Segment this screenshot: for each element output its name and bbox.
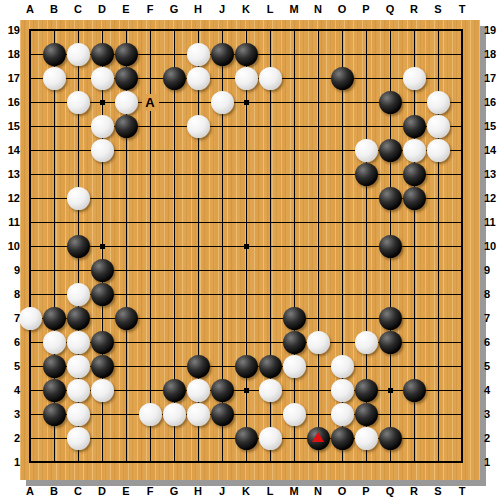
column-label-top-N: N — [306, 1, 330, 17]
column-label-top-A: A — [18, 1, 42, 17]
black-stone — [187, 355, 210, 378]
black-stone — [91, 355, 114, 378]
column-label-bottom-G: G — [162, 483, 186, 499]
column-label-bottom-H: H — [186, 483, 210, 499]
column-label-bottom-T: T — [450, 483, 474, 499]
white-stone — [355, 331, 378, 354]
white-stone — [67, 427, 90, 450]
row-label-right-3: 3 — [484, 406, 500, 422]
white-stone — [91, 115, 114, 138]
black-stone — [43, 355, 66, 378]
row-label-left-16: 16 — [2, 94, 20, 110]
row-label-left-5: 5 — [2, 358, 20, 374]
column-label-top-P: P — [354, 1, 378, 17]
row-label-right-17: 17 — [484, 70, 500, 86]
black-stone — [91, 331, 114, 354]
column-label-bottom-R: R — [402, 483, 426, 499]
white-stone — [139, 403, 162, 426]
white-stone — [331, 355, 354, 378]
row-label-left-15: 15 — [2, 118, 20, 134]
white-stone — [19, 307, 42, 330]
column-label-bottom-E: E — [114, 483, 138, 499]
black-stone — [235, 355, 258, 378]
row-label-left-7: 7 — [2, 310, 20, 326]
white-stone — [67, 91, 90, 114]
column-label-top-K: K — [234, 1, 258, 17]
column-label-top-B: B — [42, 1, 66, 17]
row-label-right-5: 5 — [484, 358, 500, 374]
column-label-bottom-F: F — [138, 483, 162, 499]
white-stone — [67, 355, 90, 378]
column-label-bottom-C: C — [66, 483, 90, 499]
row-label-right-11: 11 — [484, 214, 500, 230]
grid-line-horizontal — [29, 414, 463, 415]
black-stone — [379, 307, 402, 330]
black-stone — [331, 67, 354, 90]
white-stone — [67, 187, 90, 210]
white-stone — [427, 91, 450, 114]
white-stone — [91, 139, 114, 162]
black-stone — [43, 379, 66, 402]
row-label-right-9: 9 — [484, 262, 500, 278]
row-label-left-17: 17 — [2, 70, 20, 86]
black-stone — [91, 259, 114, 282]
black-stone — [283, 307, 306, 330]
row-label-left-2: 2 — [2, 430, 20, 446]
white-stone — [235, 67, 258, 90]
white-stone — [259, 379, 282, 402]
black-stone — [379, 187, 402, 210]
row-label-right-16: 16 — [484, 94, 500, 110]
row-label-right-18: 18 — [484, 46, 500, 62]
white-stone — [331, 403, 354, 426]
last-move-triangle-marker — [312, 432, 324, 442]
row-label-left-12: 12 — [2, 190, 20, 206]
white-stone — [283, 403, 306, 426]
white-stone — [355, 139, 378, 162]
row-label-left-9: 9 — [2, 262, 20, 278]
black-stone — [115, 67, 138, 90]
black-stone — [379, 91, 402, 114]
column-label-bottom-Q: Q — [378, 483, 402, 499]
column-label-top-E: E — [114, 1, 138, 17]
white-stone — [163, 403, 186, 426]
column-label-top-C: C — [66, 1, 90, 17]
hoshi-star-point — [244, 388, 249, 393]
black-stone — [43, 307, 66, 330]
column-label-bottom-O: O — [330, 483, 354, 499]
black-stone — [259, 355, 282, 378]
row-label-right-14: 14 — [484, 142, 500, 158]
white-stone — [67, 403, 90, 426]
column-label-top-S: S — [426, 1, 450, 17]
white-stone — [355, 427, 378, 450]
hoshi-star-point — [244, 244, 249, 249]
white-stone — [91, 67, 114, 90]
hoshi-star-point — [388, 388, 393, 393]
white-stone — [187, 403, 210, 426]
white-stone — [211, 91, 234, 114]
column-label-top-F: F — [138, 1, 162, 17]
go-board-viewport: A AABBCCDDEEFFGGHHJJKKLLMMNNOOPPQQRRSSTT… — [0, 0, 500, 500]
row-label-right-10: 10 — [484, 238, 500, 254]
white-stone — [187, 67, 210, 90]
white-stone — [427, 115, 450, 138]
grid-line-horizontal — [29, 461, 463, 463]
hoshi-star-point — [244, 100, 249, 105]
column-label-top-Q: Q — [378, 1, 402, 17]
white-stone — [67, 379, 90, 402]
column-label-top-T: T — [450, 1, 474, 17]
column-label-bottom-N: N — [306, 483, 330, 499]
column-label-bottom-L: L — [258, 483, 282, 499]
white-stone — [43, 331, 66, 354]
white-stone — [187, 115, 210, 138]
column-label-bottom-M: M — [282, 483, 306, 499]
black-stone — [43, 43, 66, 66]
column-label-bottom-K: K — [234, 483, 258, 499]
row-label-left-19: 19 — [2, 22, 20, 38]
column-label-bottom-B: B — [42, 483, 66, 499]
black-stone — [403, 379, 426, 402]
board-letter-annotation: A — [142, 94, 159, 111]
black-stone — [67, 307, 90, 330]
white-stone — [259, 67, 282, 90]
black-stone — [355, 403, 378, 426]
column-label-top-J: J — [210, 1, 234, 17]
black-stone — [163, 67, 186, 90]
black-stone — [235, 427, 258, 450]
black-stone — [211, 379, 234, 402]
black-stone — [283, 331, 306, 354]
row-label-left-11: 11 — [2, 214, 20, 230]
column-label-bottom-J: J — [210, 483, 234, 499]
hoshi-star-point — [100, 100, 105, 105]
column-label-top-D: D — [90, 1, 114, 17]
row-label-right-12: 12 — [484, 190, 500, 206]
row-label-left-1: 1 — [2, 454, 20, 470]
white-stone — [307, 331, 330, 354]
white-stone — [403, 139, 426, 162]
column-label-top-L: L — [258, 1, 282, 17]
row-label-right-13: 13 — [484, 166, 500, 182]
grid-line-vertical — [294, 29, 295, 463]
row-label-right-7: 7 — [484, 310, 500, 326]
grid-line-vertical — [318, 29, 319, 463]
row-label-right-4: 4 — [484, 382, 500, 398]
black-stone — [403, 163, 426, 186]
grid-line-vertical — [461, 29, 463, 463]
white-stone — [427, 139, 450, 162]
black-stone — [115, 307, 138, 330]
column-label-top-G: G — [162, 1, 186, 17]
white-stone — [115, 91, 138, 114]
white-stone — [331, 379, 354, 402]
white-stone — [259, 427, 282, 450]
hoshi-star-point — [100, 244, 105, 249]
black-stone — [379, 235, 402, 258]
black-stone — [379, 427, 402, 450]
column-label-bottom-A: A — [18, 483, 42, 499]
white-stone — [43, 67, 66, 90]
black-stone — [379, 331, 402, 354]
row-label-left-14: 14 — [2, 142, 20, 158]
column-label-bottom-S: S — [426, 483, 450, 499]
white-stone — [187, 379, 210, 402]
row-label-left-18: 18 — [2, 46, 20, 62]
column-label-bottom-D: D — [90, 483, 114, 499]
column-label-top-O: O — [330, 1, 354, 17]
black-stone — [331, 427, 354, 450]
black-stone — [379, 139, 402, 162]
row-label-right-8: 8 — [484, 286, 500, 302]
black-stone — [43, 403, 66, 426]
black-stone — [235, 43, 258, 66]
row-label-left-13: 13 — [2, 166, 20, 182]
black-stone — [403, 187, 426, 210]
black-stone — [91, 43, 114, 66]
row-label-left-6: 6 — [2, 334, 20, 350]
row-label-right-15: 15 — [484, 118, 500, 134]
white-stone — [67, 43, 90, 66]
column-label-top-M: M — [282, 1, 306, 17]
black-stone — [67, 235, 90, 258]
column-label-top-R: R — [402, 1, 426, 17]
row-label-right-1: 1 — [484, 454, 500, 470]
black-stone — [211, 43, 234, 66]
black-stone — [403, 115, 426, 138]
white-stone — [91, 379, 114, 402]
white-stone — [67, 283, 90, 306]
column-label-top-H: H — [186, 1, 210, 17]
row-label-left-10: 10 — [2, 238, 20, 254]
black-stone — [115, 43, 138, 66]
black-stone — [163, 379, 186, 402]
row-label-left-8: 8 — [2, 286, 20, 302]
row-label-right-2: 2 — [484, 430, 500, 446]
black-stone — [355, 379, 378, 402]
black-stone — [211, 403, 234, 426]
white-stone — [403, 67, 426, 90]
white-stone — [283, 355, 306, 378]
black-stone — [115, 115, 138, 138]
white-stone — [67, 331, 90, 354]
row-label-left-4: 4 — [2, 382, 20, 398]
column-label-bottom-P: P — [354, 483, 378, 499]
white-stone — [187, 43, 210, 66]
row-label-left-3: 3 — [2, 406, 20, 422]
row-label-right-19: 19 — [484, 22, 500, 38]
black-stone — [91, 283, 114, 306]
black-stone — [355, 163, 378, 186]
row-label-right-6: 6 — [484, 334, 500, 350]
